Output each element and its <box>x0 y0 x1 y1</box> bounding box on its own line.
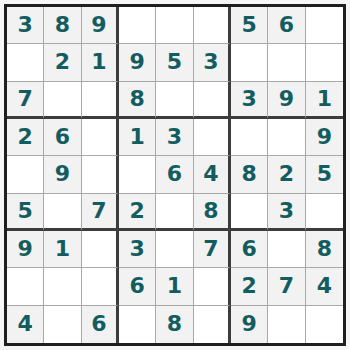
cell-r1c5[interactable] <box>156 7 193 44</box>
cell-r5c1[interactable] <box>7 156 44 193</box>
sudoku-board: 3895621953783912613996482557283913768612… <box>4 4 346 346</box>
cell-r5c4[interactable] <box>119 156 156 193</box>
cell-r2c1[interactable] <box>7 44 44 81</box>
cell-r9c4[interactable] <box>119 306 156 343</box>
cell-r5c7[interactable]: 8 <box>231 156 268 193</box>
cell-r1c4[interactable] <box>119 7 156 44</box>
cell-r9c3[interactable]: 6 <box>82 306 119 343</box>
cell-r2c2[interactable]: 2 <box>44 44 81 81</box>
cell-r5c3[interactable] <box>82 156 119 193</box>
cell-r6c3[interactable]: 7 <box>82 194 119 231</box>
cell-r4c5[interactable]: 3 <box>156 119 193 156</box>
cell-r4c4[interactable]: 1 <box>119 119 156 156</box>
cell-r1c6[interactable] <box>194 7 231 44</box>
cell-r6c9[interactable] <box>306 194 343 231</box>
cell-r3c9[interactable]: 1 <box>306 82 343 119</box>
cell-r8c7[interactable]: 2 <box>231 268 268 305</box>
cell-r7c2[interactable]: 1 <box>44 231 81 268</box>
cell-r9c1[interactable]: 4 <box>7 306 44 343</box>
cell-r1c7[interactable]: 5 <box>231 7 268 44</box>
sudoku-page: 3895621953783912613996482557283913768612… <box>0 0 350 350</box>
cell-r4c3[interactable] <box>82 119 119 156</box>
cell-r1c8[interactable]: 6 <box>268 7 305 44</box>
cell-r6c4[interactable]: 2 <box>119 194 156 231</box>
cell-r2c7[interactable] <box>231 44 268 81</box>
cell-r7c9[interactable]: 8 <box>306 231 343 268</box>
cell-r3c7[interactable]: 3 <box>231 82 268 119</box>
cell-r5c6[interactable]: 4 <box>194 156 231 193</box>
cell-r2c6[interactable]: 3 <box>194 44 231 81</box>
cell-r2c8[interactable] <box>268 44 305 81</box>
cell-r8c1[interactable] <box>7 268 44 305</box>
cell-r1c2[interactable]: 8 <box>44 7 81 44</box>
cell-r4c1[interactable]: 2 <box>7 119 44 156</box>
cell-r1c1[interactable]: 3 <box>7 7 44 44</box>
cell-r8c3[interactable] <box>82 268 119 305</box>
cell-r9c6[interactable] <box>194 306 231 343</box>
cell-r6c5[interactable] <box>156 194 193 231</box>
cell-r8c9[interactable]: 4 <box>306 268 343 305</box>
cell-r7c1[interactable]: 9 <box>7 231 44 268</box>
cell-r8c4[interactable]: 6 <box>119 268 156 305</box>
cell-r6c1[interactable]: 5 <box>7 194 44 231</box>
cell-r3c5[interactable] <box>156 82 193 119</box>
cell-r5c8[interactable]: 2 <box>268 156 305 193</box>
cell-r3c4[interactable]: 8 <box>119 82 156 119</box>
cell-r3c2[interactable] <box>44 82 81 119</box>
cell-r3c1[interactable]: 7 <box>7 82 44 119</box>
cell-r1c3[interactable]: 9 <box>82 7 119 44</box>
cell-r2c9[interactable] <box>306 44 343 81</box>
cell-r4c9[interactable]: 9 <box>306 119 343 156</box>
cell-r7c6[interactable]: 7 <box>194 231 231 268</box>
cell-r7c8[interactable] <box>268 231 305 268</box>
cell-r9c5[interactable]: 8 <box>156 306 193 343</box>
cell-r2c4[interactable]: 9 <box>119 44 156 81</box>
cell-r3c8[interactable]: 9 <box>268 82 305 119</box>
cell-r4c7[interactable] <box>231 119 268 156</box>
cell-r5c9[interactable]: 5 <box>306 156 343 193</box>
cell-r7c5[interactable] <box>156 231 193 268</box>
cell-r3c3[interactable] <box>82 82 119 119</box>
cell-r7c7[interactable]: 6 <box>231 231 268 268</box>
cell-r9c2[interactable] <box>44 306 81 343</box>
cell-r5c2[interactable]: 9 <box>44 156 81 193</box>
cell-r4c8[interactable] <box>268 119 305 156</box>
cell-r6c8[interactable]: 3 <box>268 194 305 231</box>
cell-r4c2[interactable]: 6 <box>44 119 81 156</box>
cell-r2c5[interactable]: 5 <box>156 44 193 81</box>
cell-r8c2[interactable] <box>44 268 81 305</box>
cell-r9c7[interactable]: 9 <box>231 306 268 343</box>
cell-r4c6[interactable] <box>194 119 231 156</box>
cell-r1c9[interactable] <box>306 7 343 44</box>
cell-r2c3[interactable]: 1 <box>82 44 119 81</box>
cell-r7c4[interactable]: 3 <box>119 231 156 268</box>
cell-r6c7[interactable] <box>231 194 268 231</box>
cell-r5c5[interactable]: 6 <box>156 156 193 193</box>
cell-r7c3[interactable] <box>82 231 119 268</box>
cell-r6c2[interactable] <box>44 194 81 231</box>
cell-r9c9[interactable] <box>306 306 343 343</box>
cell-r9c8[interactable] <box>268 306 305 343</box>
cell-r8c6[interactable] <box>194 268 231 305</box>
cell-r3c6[interactable] <box>194 82 231 119</box>
cell-r6c6[interactable]: 8 <box>194 194 231 231</box>
cell-r8c5[interactable]: 1 <box>156 268 193 305</box>
cell-r8c8[interactable]: 7 <box>268 268 305 305</box>
